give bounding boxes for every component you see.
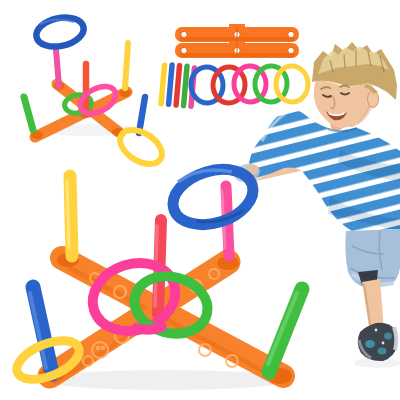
small-pink-ring: [76, 81, 120, 119]
small-yellow-peg: [125, 43, 128, 88]
child-ear: [368, 91, 379, 108]
small-green-peg: [24, 97, 33, 130]
small-ring-toss-set: [24, 13, 168, 171]
spare-ring-yellow: [275, 65, 308, 102]
small-yellow-ring: [114, 123, 168, 171]
small-pink-peg: [56, 50, 59, 86]
spare-stick-red: [173, 63, 182, 108]
small-blue-peg: [139, 97, 145, 133]
scene-canvas: [0, 0, 400, 400]
spare-rings-row: [190, 65, 309, 104]
blue-ring-in-flight: [166, 160, 260, 234]
product-photo-ring-toss: [0, 0, 400, 400]
spare-base-bars: [175, 24, 299, 58]
large-ring-toss-set: [11, 176, 302, 387]
spare-stick-yellow: [158, 62, 167, 106]
child-shoe: [358, 323, 397, 361]
spare-stick-blue: [166, 62, 175, 107]
large-green-peg: [269, 289, 302, 372]
